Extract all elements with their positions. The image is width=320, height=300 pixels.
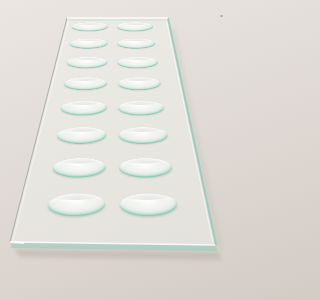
corner-highlight [10,242,24,243]
pit-cell [112,151,181,186]
pit-R3[interactable] [116,57,158,69]
pit-L2[interactable] [69,38,108,49]
pit-cell [53,95,112,121]
pit-R2[interactable] [116,38,156,49]
pit-R5[interactable] [117,100,165,116]
pit-cell [37,185,112,226]
pit-L6[interactable] [56,127,106,145]
pit-cell [43,151,112,186]
pit-cell [63,35,112,53]
pit-R4[interactable] [117,77,162,91]
pit-R7[interactable] [118,157,174,178]
pit-cell [112,121,176,151]
pit-cell [112,35,161,53]
pit-cell [48,121,112,151]
pit-R6[interactable] [117,127,169,145]
pit-L8[interactable] [46,193,105,217]
pit-cell [66,19,112,35]
pit-L3[interactable] [66,57,107,69]
pit-cell [112,95,171,121]
tray-cast-shadow [14,249,222,260]
pit-L7[interactable] [52,157,106,178]
pit-cell [112,19,158,35]
pit-L4[interactable] [63,77,107,91]
pit-cell [112,185,187,226]
pit-L5[interactable] [60,100,107,116]
pit-R1[interactable] [116,22,154,32]
pit-cell [112,73,167,96]
pit-cell [112,53,164,73]
pit-cell [57,73,112,96]
pit-cell [60,53,112,73]
pit-R8[interactable] [118,193,178,217]
pit-L1[interactable] [71,22,108,32]
photo-scene [0,0,225,300]
